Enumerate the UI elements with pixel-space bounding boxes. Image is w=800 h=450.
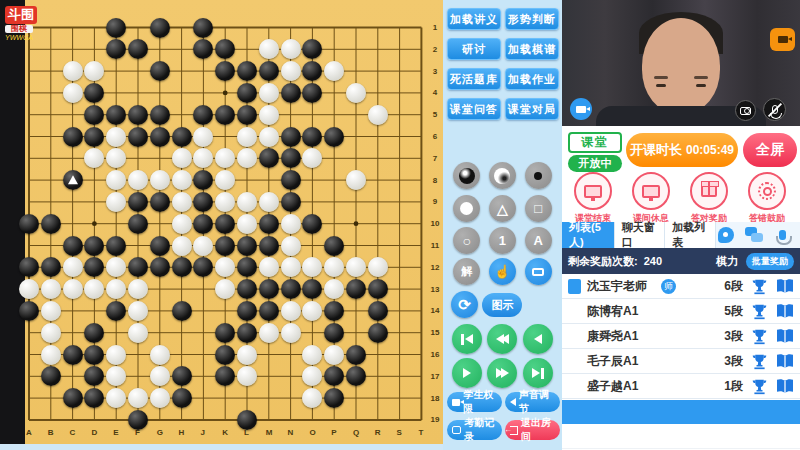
medal-icon xyxy=(748,172,786,210)
white-stone-Q4 xyxy=(346,83,366,103)
white-stone-M4 xyxy=(259,83,279,103)
member-list: 沈玉宇老师师6段陈博宥A15段康舜尧A13段毛子辰A13段盛子越A11段 xyxy=(562,274,800,450)
fast-forward-button[interactable] xyxy=(487,358,517,388)
black-stone-O6 xyxy=(302,127,322,147)
white-stone-C12 xyxy=(63,257,83,277)
white-stone-C4 xyxy=(63,83,83,103)
row-label: 3 xyxy=(427,67,443,76)
lesson-button-4[interactable]: 加载棋谱 xyxy=(505,38,559,60)
black-stone-J5 xyxy=(193,105,213,125)
row-label: 14 xyxy=(427,306,443,315)
black-stone-G6 xyxy=(150,127,170,147)
black-stone-E14 xyxy=(106,301,126,321)
black-stone-D16 xyxy=(84,345,104,365)
black-stone-G11 xyxy=(150,236,170,256)
white-stone-F13 xyxy=(128,279,148,299)
lesson-button-3[interactable]: 研讨 xyxy=(447,38,501,60)
white-stone-H8 xyxy=(172,170,192,190)
white-stone-F18 xyxy=(128,388,148,408)
camera-toggle-button[interactable] xyxy=(570,98,592,120)
lesson-button-6[interactable]: 加载作业 xyxy=(505,68,559,90)
column-label: J xyxy=(200,428,204,437)
black-stone-H6 xyxy=(172,127,192,147)
square-mark-tool[interactable]: □ xyxy=(525,195,552,222)
white-stone-F8 xyxy=(128,170,148,190)
white-stone-G16 xyxy=(150,345,170,365)
logo-subtext: 围棋 xyxy=(5,25,33,33)
lesson-button-2[interactable]: 形势判断 xyxy=(505,8,559,30)
column-label: C xyxy=(70,428,76,437)
lesson-button-5[interactable]: 死活题库 xyxy=(447,68,501,90)
row-label: 18 xyxy=(427,394,443,403)
black-stone-H18 xyxy=(172,388,192,408)
white-stone-B13 xyxy=(41,279,61,299)
black-stone-M11 xyxy=(259,236,279,256)
action-课堂结束[interactable]: 课堂结束 xyxy=(564,172,622,225)
column-label: O xyxy=(309,428,315,437)
black-stone-L15 xyxy=(237,323,257,343)
black-stone-M3 xyxy=(259,61,279,81)
row-label: 5 xyxy=(427,110,443,119)
member-row-4[interactable]: 毛子辰A13段 xyxy=(562,349,800,374)
black-stone-B12 xyxy=(41,257,61,277)
member-row-1[interactable]: 沈玉宇老师师6段 xyxy=(562,274,800,299)
circle-mark-tool[interactable]: ○ xyxy=(453,227,480,254)
black-stone-L4 xyxy=(237,83,257,103)
black-stone-N4 xyxy=(281,83,301,103)
member-name: 盛子越A1 xyxy=(587,378,638,395)
white-stone-C13 xyxy=(63,279,83,299)
black-stone-K16 xyxy=(215,345,235,365)
black-stone-F5 xyxy=(128,105,148,125)
tab-2[interactable]: 聊天窗口 xyxy=(615,222,666,248)
black-stone-C6 xyxy=(63,127,83,147)
skill-label: 棋力 xyxy=(716,254,738,269)
black-stone-L19 xyxy=(237,410,257,430)
bell-icon[interactable] xyxy=(716,226,736,244)
black-stone-C16 xyxy=(63,345,83,365)
row-label: 1 xyxy=(427,23,443,32)
tab-3[interactable]: 加载列表 xyxy=(665,222,716,248)
black-stone-N9 xyxy=(281,192,301,212)
board-doc-icon xyxy=(568,279,581,294)
black-stone-Q16 xyxy=(346,345,366,365)
member-rank: 5段 xyxy=(724,303,743,320)
tab-1[interactable]: 列表(5人) xyxy=(562,222,615,248)
weiqi-classroom-app: ABCDEFGHJKLMNOPQRST123456789101112131415… xyxy=(0,0,800,450)
sync-icon[interactable]: ⟳ xyxy=(451,291,478,318)
site-logo: 斗围 围棋 YWWGA xyxy=(5,6,37,41)
black-stone-K11 xyxy=(215,236,235,256)
lesson-buttons: 加载讲义形势判断研讨加载棋谱死活题库加载作业课堂问答课堂对局 xyxy=(447,8,559,120)
gift-icon xyxy=(690,172,728,210)
white-stone-L10 xyxy=(237,214,257,234)
trophy-icon[interactable] xyxy=(751,303,768,320)
exit-room-button[interactable]: 退出房间 xyxy=(505,420,560,440)
column-label: T xyxy=(418,428,423,437)
white-stone-J6 xyxy=(193,127,213,147)
black-stone-Q13 xyxy=(346,279,366,299)
black-stone-J10 xyxy=(193,214,213,234)
black-stone-B10 xyxy=(41,214,61,234)
flip-camera-icon[interactable] xyxy=(770,28,795,51)
row-label: 10 xyxy=(427,219,443,228)
row-label: 11 xyxy=(427,241,443,250)
white-stone-N15 xyxy=(281,323,301,343)
white-stone-L9 xyxy=(237,192,257,212)
black-stone-M13 xyxy=(259,279,279,299)
white-stone-M5 xyxy=(259,105,279,125)
black-stone-F9 xyxy=(128,192,148,212)
black-stone-C11 xyxy=(63,236,83,256)
eraser-roller-icon[interactable] xyxy=(525,258,552,285)
lesson-button-7[interactable]: 课堂问答 xyxy=(447,98,501,120)
answer-tool[interactable]: 解 xyxy=(453,258,480,285)
column-label: D xyxy=(91,428,97,437)
triangle-mark-tool[interactable]: △ xyxy=(489,195,516,222)
white-stone-N11 xyxy=(281,236,301,256)
class-timer: 开课时长 00:05:49 xyxy=(626,133,738,167)
white-stone-G18 xyxy=(150,388,170,408)
row-label: 13 xyxy=(427,285,443,294)
white-stone-N12 xyxy=(281,257,301,277)
rewind-button[interactable] xyxy=(487,324,517,354)
black-stone-P11 xyxy=(324,236,344,256)
white-stone-A13 xyxy=(19,279,39,299)
batch-reward-button[interactable]: 批量奖励 xyxy=(746,253,794,270)
trophy-icon[interactable] xyxy=(751,353,768,370)
row-label: 7 xyxy=(427,154,443,163)
book-icon[interactable] xyxy=(776,328,794,344)
rewards-bar: 剩余奖励次数: 240 棋力 批量奖励 xyxy=(562,248,800,274)
white-stone-N14 xyxy=(281,301,301,321)
black-stone-A14 xyxy=(19,301,39,321)
classroom-sidebar: 课堂 开放中 开课时长 00:05:49 全屏 课堂结束课间休息答对奖励答错鼓励… xyxy=(562,0,800,450)
snapshot-icon[interactable] xyxy=(735,100,756,121)
black-stone-G1 xyxy=(150,18,170,38)
white-stone-B16 xyxy=(41,345,61,365)
black-stone-N8 xyxy=(281,170,301,190)
board-bottom-strip xyxy=(0,444,443,450)
number-mark-tool[interactable]: 1 xyxy=(489,227,516,254)
black-stone-A10 xyxy=(19,214,39,234)
black-stone-C18 xyxy=(63,388,83,408)
white-stone-M15 xyxy=(259,323,279,343)
black-stone-D15 xyxy=(84,323,104,343)
black-stone-D6 xyxy=(84,127,104,147)
tushi-button[interactable]: 图示 xyxy=(482,293,522,317)
black-stone-K10 xyxy=(215,214,235,234)
column-label: N xyxy=(288,428,294,437)
white-stone-H10 xyxy=(172,214,192,234)
book-icon[interactable] xyxy=(776,303,794,319)
book-icon[interactable] xyxy=(776,378,794,394)
row-label: 12 xyxy=(427,263,443,272)
member-name: 陈博宥A1 xyxy=(587,303,638,320)
member-row-2[interactable]: 陈博宥A15段 xyxy=(562,299,800,324)
attendance-button[interactable]: 考勤记录 xyxy=(447,420,502,440)
black-stone-M10 xyxy=(259,214,279,234)
dot-stone-tool[interactable] xyxy=(525,162,552,189)
black-stone-F19 xyxy=(128,410,148,430)
column-label: R xyxy=(375,428,381,437)
black-stone-R14 xyxy=(368,301,388,321)
white-stone-Q8 xyxy=(346,170,366,190)
column-label: A xyxy=(26,428,32,437)
member-name: 沈玉宇老师 xyxy=(587,278,647,295)
fullscreen-button[interactable]: 全屏 xyxy=(743,133,797,167)
black-stone-N13 xyxy=(281,279,301,299)
empty-row xyxy=(562,424,800,449)
black-stone-H14 xyxy=(172,301,192,321)
white-stone-P16 xyxy=(324,345,344,365)
black-stone-E1 xyxy=(106,18,126,38)
black-stone-G3 xyxy=(150,61,170,81)
white-stone-K9 xyxy=(215,192,235,212)
selected-empty-row[interactable] xyxy=(562,400,800,424)
black-stone-M14 xyxy=(259,301,279,321)
black-stone-P15 xyxy=(324,323,344,343)
white-stone-J11 xyxy=(193,236,213,256)
member-rank: 6段 xyxy=(724,278,743,295)
black-stone-R15 xyxy=(368,323,388,343)
black-stone-L14 xyxy=(237,301,257,321)
white-stone-N10 xyxy=(281,214,301,234)
action-答错鼓励[interactable]: 答错鼓励 xyxy=(738,172,796,225)
control-panel: 加载讲义形势判断研讨加载棋谱死活题库加载作业课堂问答课堂对局 △□○1A解☝⟳图… xyxy=(443,0,562,450)
black-stone-N6 xyxy=(281,127,301,147)
monitor-end-icon xyxy=(574,172,612,210)
white-stone-R5 xyxy=(368,105,388,125)
pointer-hand-icon[interactable]: ☝ xyxy=(489,258,516,285)
black-stone-D11 xyxy=(84,236,104,256)
row-label: 4 xyxy=(427,88,443,97)
white-stone-O16 xyxy=(302,345,322,365)
black-stone-G5 xyxy=(150,105,170,125)
monitor-break-icon xyxy=(632,172,670,210)
row-label: 8 xyxy=(427,176,443,185)
class-status-card: 课堂 开放中 开课时长 00:05:49 全屏 课堂结束课间休息答对奖励答错鼓励 xyxy=(562,126,800,222)
trophy-icon[interactable] xyxy=(751,278,768,295)
trophy-icon[interactable] xyxy=(751,378,768,395)
black-stone-O10 xyxy=(302,214,322,234)
row-label: 16 xyxy=(427,350,443,359)
black-stone-K5 xyxy=(215,105,235,125)
white-stone-N2 xyxy=(281,39,301,59)
book-icon[interactable] xyxy=(776,278,794,294)
class-open-badge: 课堂 开放中 xyxy=(568,132,622,172)
black-stone-H17 xyxy=(172,366,192,386)
white-stone-R12 xyxy=(368,257,388,277)
fill-circle-tool[interactable] xyxy=(453,195,480,222)
white-stone-L6 xyxy=(237,127,257,147)
black-stone-J1 xyxy=(193,18,213,38)
black-stone-R13 xyxy=(368,279,388,299)
black-stone-tool[interactable] xyxy=(453,162,480,189)
white-stone-C3 xyxy=(63,61,83,81)
volume-adjust-button[interactable]: 声音调节 xyxy=(505,392,560,412)
white-stone-H11 xyxy=(172,236,192,256)
last-move-marker xyxy=(68,175,78,184)
white-stone-tool[interactable] xyxy=(489,162,516,189)
white-stone-M6 xyxy=(259,127,279,147)
white-stone-E16 xyxy=(106,345,126,365)
letter-mark-tool[interactable]: A xyxy=(525,227,552,254)
column-label: S xyxy=(397,428,402,437)
logo-signature: YWWGA xyxy=(5,34,37,41)
row-label: 17 xyxy=(427,372,443,381)
black-stone-C8 xyxy=(63,170,83,190)
member-name: 康舜尧A1 xyxy=(587,328,638,345)
skip-start-button[interactable] xyxy=(452,324,482,354)
black-stone-H12 xyxy=(172,257,192,277)
column-label: P xyxy=(331,428,336,437)
white-stone-G17 xyxy=(150,366,170,386)
column-label: E xyxy=(113,428,118,437)
row-label: 2 xyxy=(427,45,443,54)
row-label: 6 xyxy=(427,132,443,141)
chat-bubbles-icon[interactable] xyxy=(744,226,764,244)
timer-value: 00:05:49 xyxy=(686,143,734,157)
lesson-button-1[interactable]: 加载讲义 xyxy=(447,8,501,30)
black-stone-E5 xyxy=(106,105,126,125)
lesson-button-8[interactable]: 课堂对局 xyxy=(505,98,559,120)
skip-end-button[interactable] xyxy=(523,358,553,388)
black-stone-F10 xyxy=(128,214,148,234)
black-stone-L11 xyxy=(237,236,257,256)
black-stone-B17 xyxy=(41,366,61,386)
logo-text: 斗围 xyxy=(5,6,37,24)
white-stone-E6 xyxy=(106,127,126,147)
white-stone-M2 xyxy=(259,39,279,59)
microphone-icon[interactable] xyxy=(772,226,792,244)
column-label: H xyxy=(179,428,185,437)
column-label: B xyxy=(48,428,54,437)
white-stone-B15 xyxy=(41,323,61,343)
white-stone-M9 xyxy=(259,192,279,212)
row-label: 19 xyxy=(427,415,443,424)
black-stone-L3 xyxy=(237,61,257,81)
action-答对奖励[interactable]: 答对奖励 xyxy=(680,172,738,225)
member-row-3[interactable]: 康舜尧A13段 xyxy=(562,324,800,349)
black-stone-K15 xyxy=(215,323,235,343)
step-back-button[interactable] xyxy=(523,324,553,354)
black-stone-G12 xyxy=(150,257,170,277)
white-stone-F15 xyxy=(128,323,148,343)
student-permission-button[interactable]: 学生权限 xyxy=(447,392,502,412)
white-stone-H9 xyxy=(172,192,192,212)
teacher-video xyxy=(562,0,800,126)
rewards-label: 剩余奖励次数: xyxy=(568,254,638,269)
member-rank: 1段 xyxy=(724,378,743,395)
rewards-count: 240 xyxy=(644,255,662,267)
action-课间休息[interactable]: 课间休息 xyxy=(622,172,680,225)
member-name: 毛子辰A1 xyxy=(587,353,638,370)
black-stone-E11 xyxy=(106,236,126,256)
white-stone-B14 xyxy=(41,301,61,321)
white-stone-M12 xyxy=(259,257,279,277)
column-label: K xyxy=(222,428,228,437)
play-button[interactable] xyxy=(452,358,482,388)
black-stone-P14 xyxy=(324,301,344,321)
list-tabs: 列表(5人)聊天窗口加载列表 xyxy=(562,222,800,248)
white-stone-L16 xyxy=(237,345,257,365)
column-label: Q xyxy=(353,428,359,437)
column-label: M xyxy=(266,428,273,437)
mic-muted-icon[interactable] xyxy=(763,98,786,121)
black-stone-D5 xyxy=(84,105,104,125)
white-stone-F14 xyxy=(128,301,148,321)
member-row-5[interactable]: 盛子越A11段 xyxy=(562,374,800,399)
row-label: 9 xyxy=(427,197,443,206)
go-board[interactable]: ABCDEFGHJKLMNOPQRST123456789101112131415… xyxy=(25,0,443,444)
black-stone-L5 xyxy=(237,105,257,125)
black-stone-M7 xyxy=(259,148,279,168)
white-stone-G8 xyxy=(150,170,170,190)
white-stone-E9 xyxy=(106,192,126,212)
member-rank: 3段 xyxy=(724,353,743,370)
white-stone-N3 xyxy=(281,61,301,81)
row-label: 15 xyxy=(427,328,443,337)
teacher-badge-icon: 师 xyxy=(661,279,676,294)
white-stone-H7 xyxy=(172,148,192,168)
book-icon[interactable] xyxy=(776,353,794,369)
black-stone-G9 xyxy=(150,192,170,212)
trophy-icon[interactable] xyxy=(751,328,768,345)
black-stone-F6 xyxy=(128,127,148,147)
black-stone-N7 xyxy=(281,148,301,168)
black-stone-P6 xyxy=(324,127,344,147)
column-label: G xyxy=(157,428,163,437)
member-rank: 3段 xyxy=(724,328,743,345)
black-stone-L13 xyxy=(237,279,257,299)
